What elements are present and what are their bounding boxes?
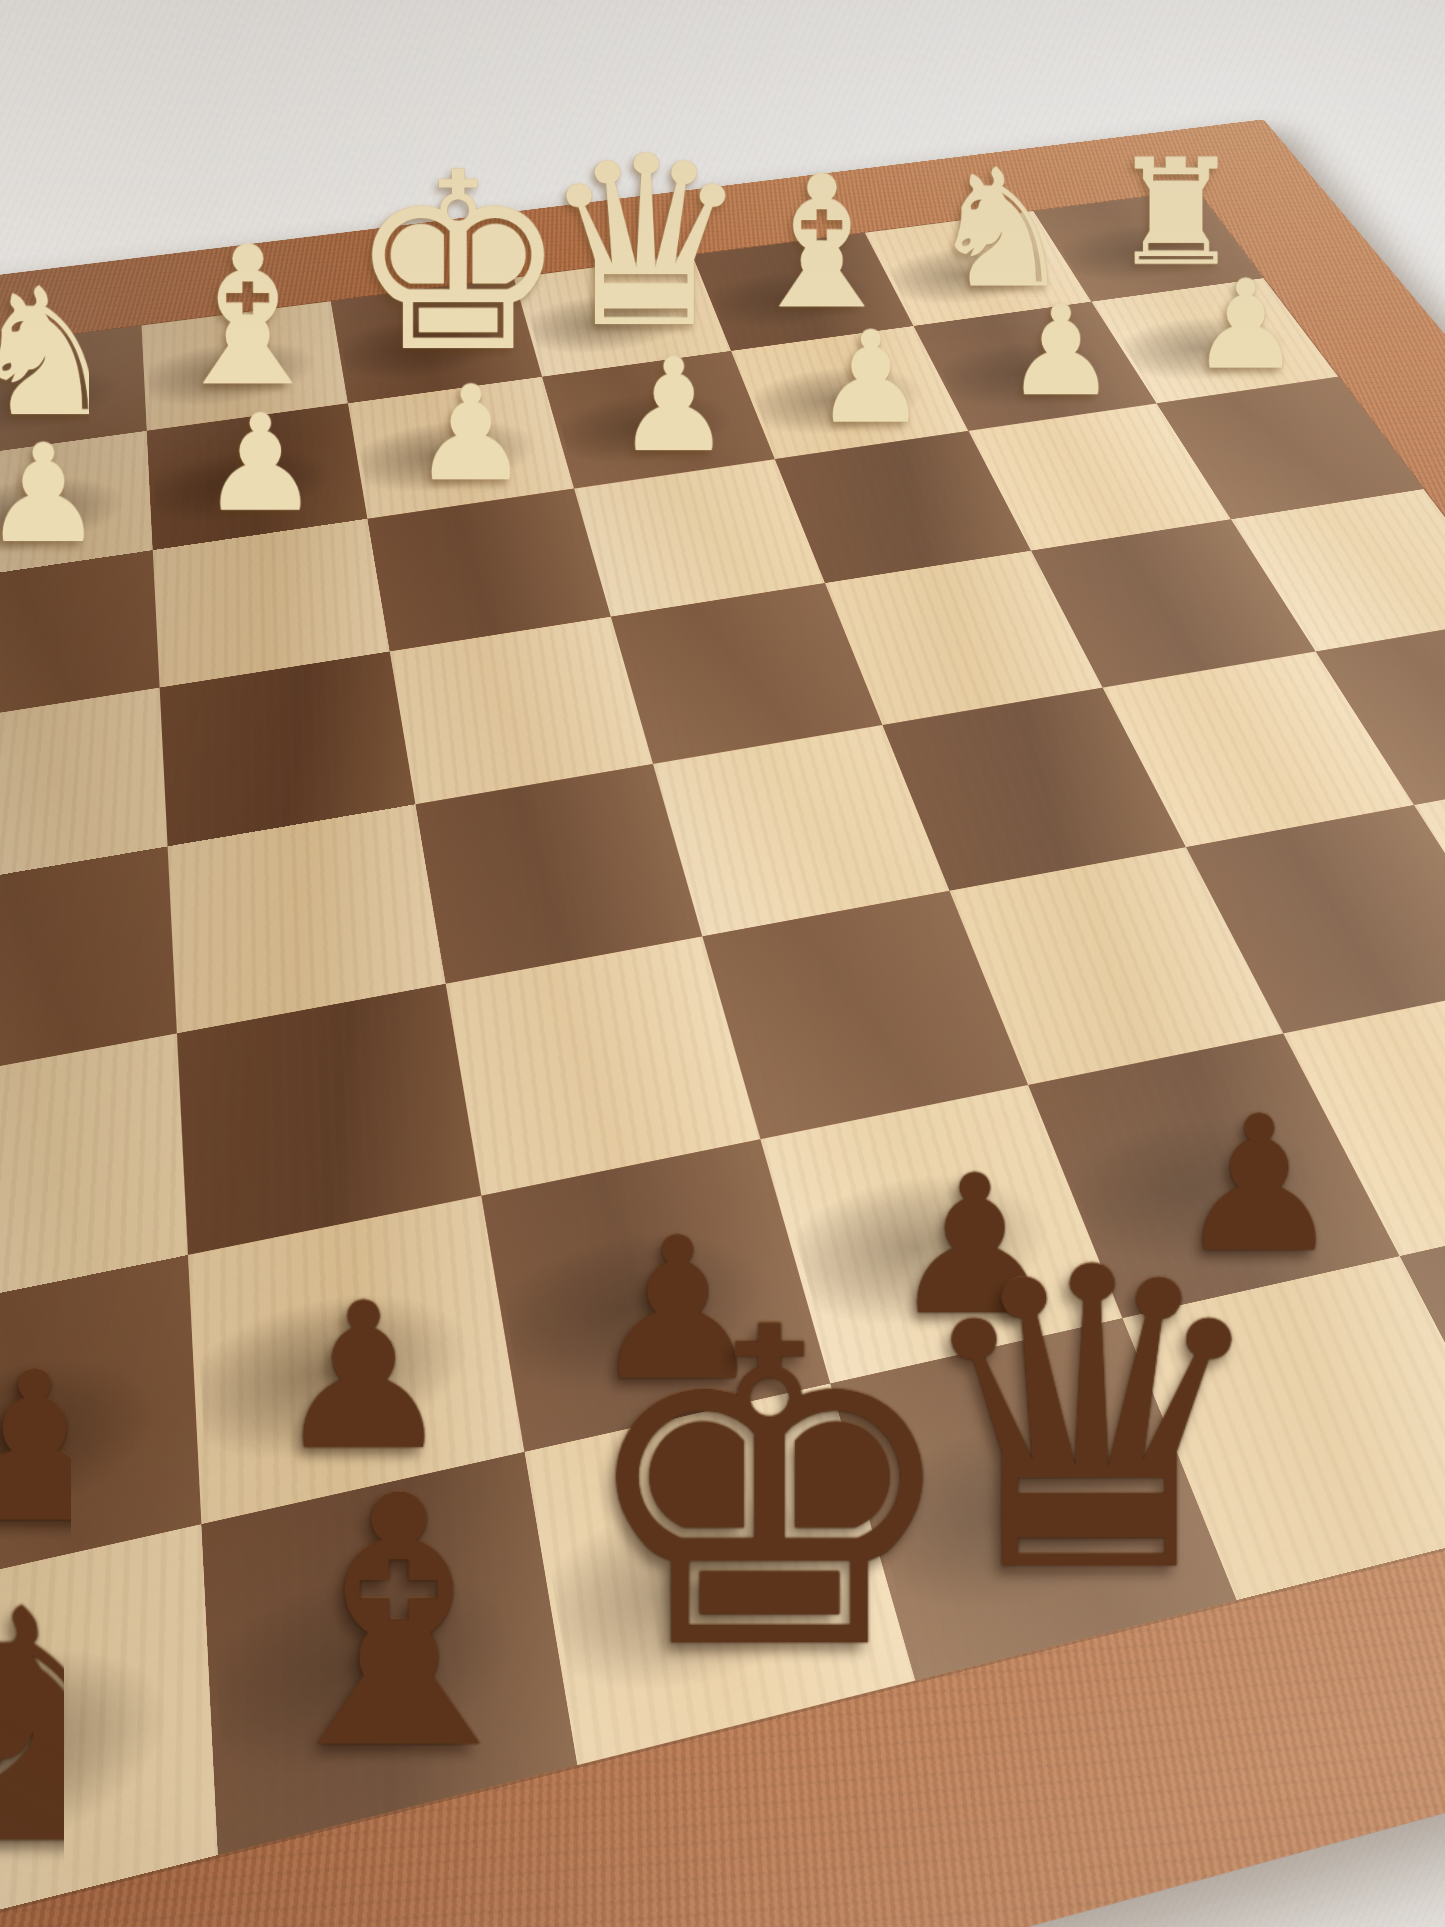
white-pawn-c2[interactable]: ♟ xyxy=(155,397,366,530)
square-d8[interactable]: ♚ xyxy=(523,1382,915,1764)
white-bishop-c1[interactable]: ♝ xyxy=(149,222,346,413)
chess-photo-scene: ♜♞♝♚♛♝♞♜♟♟♟♟♟♟♟♟♟♟♟♟♟♟♜♞♝♚♛ xyxy=(0,0,1445,1927)
white-pawn-f2[interactable]: ♟ xyxy=(770,314,970,441)
square-e5[interactable] xyxy=(653,725,949,936)
white-pawn-h2[interactable]: ♟ xyxy=(1148,263,1342,386)
black-bishop-c8[interactable]: ♝ xyxy=(220,1452,576,1797)
black-pawn-b7[interactable]: ♟ xyxy=(0,1343,197,1550)
walnut-grain xyxy=(176,983,480,1254)
square-c8[interactable]: ♝ xyxy=(201,1451,576,1854)
white-pawn-e2[interactable]: ♟ xyxy=(571,341,775,470)
white-pawn-g2[interactable]: ♟ xyxy=(962,288,1159,413)
square-b8[interactable]: ♞ xyxy=(0,1523,217,1927)
white-pawn-b2[interactable]: ♟ xyxy=(0,426,150,561)
white-king-d1[interactable]: ♚ xyxy=(347,140,541,385)
black-knight-b8[interactable]: ♞ xyxy=(0,1567,213,1888)
square-d2[interactable]: ♟ xyxy=(347,376,574,518)
square-b2[interactable]: ♟ xyxy=(0,430,152,582)
maple-grain xyxy=(653,725,949,936)
square-c2[interactable]: ♟ xyxy=(146,403,366,550)
square-e2[interactable]: ♟ xyxy=(542,350,774,488)
white-pawn-d2[interactable]: ♟ xyxy=(366,368,573,499)
white-knight-b1[interactable]: ♞ xyxy=(0,265,144,441)
square-c6[interactable] xyxy=(176,983,480,1254)
black-king-d8[interactable]: ♚ xyxy=(572,1273,918,1710)
white-queen-e1[interactable]: ♛ xyxy=(540,125,731,360)
chess-board: ♜♞♝♚♛♝♞♜♟♟♟♟♟♟♟♟♟♟♟♟♟♟♜♞♝♚♛ xyxy=(0,119,1445,1927)
